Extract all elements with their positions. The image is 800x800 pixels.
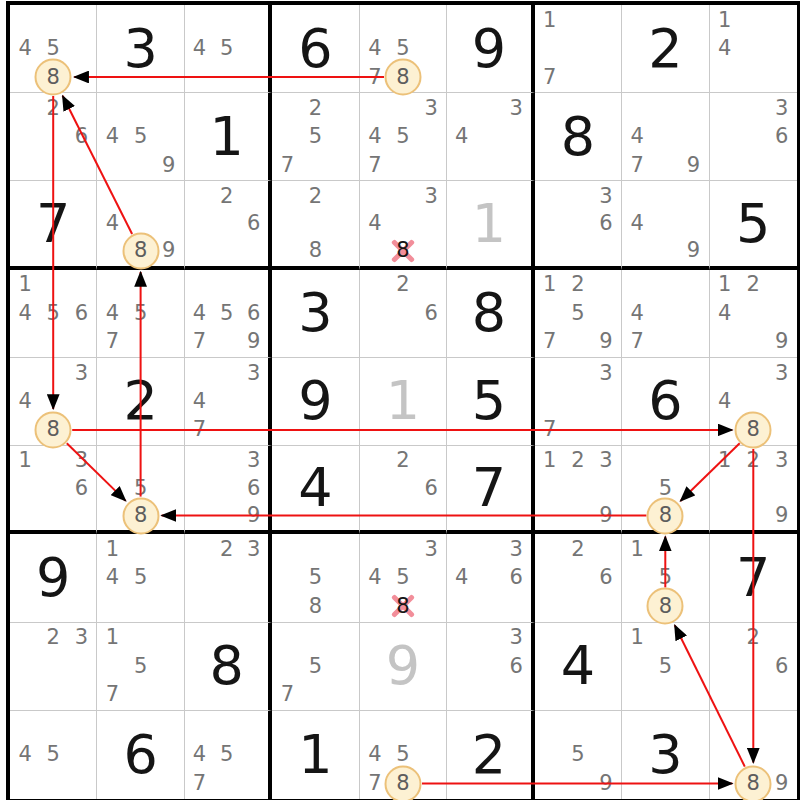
candidate-grid: 26 <box>361 447 445 529</box>
candidate-digit: 5 <box>396 126 409 147</box>
candidate-digit: 9 <box>162 155 175 176</box>
candidate-digit: 4 <box>718 391 731 412</box>
candidate-slot-empty <box>768 63 796 91</box>
candidate-grid: 489 <box>98 182 182 264</box>
candidate-slot-empty <box>592 271 620 299</box>
candidate-slot-empty <box>389 327 417 355</box>
candidate-slot-empty <box>679 652 707 680</box>
eliminated-candidate-8: 8 <box>389 237 417 264</box>
cell-r2c1[interactable]: 26 <box>10 93 97 181</box>
candidate-slot-empty <box>213 210 240 237</box>
cell-r9c2[interactable]: 6 <box>97 711 184 799</box>
candidate-digit: 6 <box>599 213 612 234</box>
candidate-slot-empty <box>768 624 796 652</box>
cell-r2c6[interactable]: 34 <box>447 93 534 181</box>
candidate-slot-empty <box>739 712 767 741</box>
cell-r4c9[interactable]: 1249 <box>710 270 797 358</box>
candidate-7: 7 <box>186 327 213 355</box>
cell-r1c4[interactable]: 6 <box>272 5 359 93</box>
candidate-slot-empty <box>389 210 417 237</box>
cell-r2c5[interactable]: 3457 <box>360 93 447 181</box>
cell-r1c9[interactable]: 14 <box>710 5 797 93</box>
solved-digit: 4 <box>561 639 595 693</box>
candidate-slot-empty <box>536 564 564 592</box>
candidate-digit: 1 <box>18 450 31 471</box>
candidate-slot-empty <box>768 151 796 179</box>
cell-r6c1[interactable]: 136 <box>10 446 97 534</box>
candidate-digit: 4 <box>368 213 381 234</box>
candidate-grid: 136 <box>11 447 95 529</box>
solved-digit: 4 <box>298 461 332 515</box>
candidate-4: 4 <box>186 741 213 770</box>
candidate-slot-empty <box>651 624 679 652</box>
solved-digit: 1 <box>298 728 332 782</box>
candidate-slot-empty <box>361 237 389 264</box>
cell-r7c9[interactable]: 7 <box>710 534 797 622</box>
candidate-slot-empty <box>186 63 213 91</box>
candidate-1: 1 <box>623 624 651 652</box>
cell-r7c2[interactable]: 145 <box>97 534 184 622</box>
cell-r4c7[interactable]: 12579 <box>535 270 622 358</box>
candidate-slot-empty <box>240 34 267 62</box>
candidate-slot-empty <box>39 123 67 151</box>
candidate-grid: 3458 <box>361 535 445 620</box>
candidate-digit: 4 <box>18 391 31 412</box>
candidate-slot-empty <box>273 94 301 122</box>
candidate-grid: 158 <box>623 535 707 620</box>
candidate-slot-empty <box>592 6 620 34</box>
candidate-5: 5 <box>651 652 679 680</box>
candidate-slot-empty <box>361 6 389 34</box>
candidate-slot-empty <box>39 712 67 741</box>
candidate-grid: 346 <box>448 535 529 620</box>
candidate-digit: 9 <box>687 155 700 176</box>
cell-r9c1[interactable]: 45 <box>10 711 97 799</box>
candidate-slot-empty <box>273 123 301 151</box>
candidate-digit: 7 <box>368 155 381 176</box>
chain-node-candidate-8: 8 <box>127 237 155 264</box>
solved-digit-muted: 1 <box>386 374 420 428</box>
candidate-slot-empty <box>330 624 358 652</box>
cell-r3c9[interactable]: 5 <box>710 181 797 269</box>
cell-r8c3[interactable]: 8 <box>185 623 272 711</box>
candidate-slot-empty <box>417 151 445 179</box>
candidate-digit: 6 <box>509 567 522 588</box>
candidate-2: 2 <box>564 271 592 299</box>
candidate-digit: 4 <box>630 126 643 147</box>
candidate-2: 2 <box>564 447 592 474</box>
candidate-slot-empty <box>389 535 417 563</box>
candidate-8: 8 <box>301 237 329 264</box>
candidate-6: 6 <box>768 123 796 151</box>
candidate-slot-empty <box>389 712 417 741</box>
candidate-slot-empty <box>768 34 796 62</box>
candidate-slot-empty <box>592 475 620 502</box>
solved-digit: 7 <box>736 551 770 605</box>
candidate-slot-empty <box>127 624 155 652</box>
candidate-slot-empty <box>186 237 213 264</box>
cell-r7c8[interactable]: 158 <box>622 534 709 622</box>
candidate-grid: 4578 <box>361 6 445 91</box>
candidate-grid: 45679 <box>186 271 267 356</box>
cell-r9c9[interactable]: 89 <box>710 711 797 799</box>
candidate-digit: 7 <box>543 331 556 352</box>
candidate-2: 2 <box>301 94 329 122</box>
candidate-grid: 347 <box>186 359 267 444</box>
candidate-digit: 6 <box>75 303 88 324</box>
candidate-5: 5 <box>127 564 155 592</box>
candidate-digit: 7 <box>630 155 643 176</box>
cell-r3c3[interactable]: 26 <box>185 181 272 269</box>
candidate-slot-empty <box>361 712 389 741</box>
cell-r3c2[interactable]: 489 <box>97 181 184 269</box>
candidate-4: 4 <box>186 299 213 327</box>
candidate-digit: 4 <box>18 744 31 765</box>
candidate-slot-empty <box>417 327 445 355</box>
cell-r5c9[interactable]: 348 <box>710 358 797 446</box>
candidate-slot-empty <box>11 624 39 652</box>
candidate-slot-empty <box>417 592 445 620</box>
candidate-digit: 2 <box>220 186 233 207</box>
candidate-slot-empty <box>240 63 267 91</box>
solved-digit: 5 <box>472 374 506 428</box>
cell-r5c5[interactable]: 1 <box>360 358 447 446</box>
candidate-slot-empty <box>536 535 564 563</box>
candidate-slot-empty <box>679 299 707 327</box>
candidate-slot-empty <box>564 564 592 592</box>
candidate-grid: 348 <box>11 359 95 444</box>
cell-r2c7[interactable]: 8 <box>535 93 622 181</box>
candidate-7: 7 <box>536 327 564 355</box>
chain-node-candidate-8: 8 <box>389 769 417 798</box>
solved-digit: 3 <box>123 22 157 76</box>
candidate-grid: 58 <box>623 447 707 529</box>
candidate-slot-empty <box>679 123 707 151</box>
candidate-digit: 7 <box>193 773 206 794</box>
cell-r1c1[interactable]: 458 <box>10 5 97 93</box>
candidate-slot-empty <box>273 237 301 264</box>
candidate-grid: 23 <box>186 535 267 620</box>
cell-r4c4[interactable]: 3 <box>272 270 359 358</box>
candidate-digit: 5 <box>47 303 60 324</box>
cell-r6c3[interactable]: 369 <box>185 446 272 534</box>
cell-r5c1[interactable]: 348 <box>10 358 97 446</box>
candidate-5: 5 <box>564 299 592 327</box>
candidate-slot-empty <box>448 94 475 122</box>
candidate-slot-empty <box>623 237 651 264</box>
cell-r7c6[interactable]: 346 <box>447 534 534 622</box>
candidate-slot-empty <box>273 535 301 563</box>
candidate-slot-empty <box>711 359 739 387</box>
candidate-slot-empty <box>564 359 592 387</box>
solved-digit: 5 <box>736 197 770 251</box>
candidate-grid: 4578 <box>361 712 445 798</box>
cell-r5c6[interactable]: 5 <box>447 358 534 446</box>
candidate-slot-empty <box>739 502 767 529</box>
cell-r7c7[interactable]: 26 <box>535 534 622 622</box>
candidate-digit: 1 <box>543 450 556 471</box>
candidate-slot-empty <box>186 271 213 299</box>
cell-r1c8[interactable]: 2 <box>622 5 709 93</box>
cell-r8c9[interactable]: 26 <box>710 623 797 711</box>
cell-r3c6[interactable]: 1 <box>447 181 534 269</box>
cell-r8c4[interactable]: 57 <box>272 623 359 711</box>
candidate-digit: 5 <box>659 567 672 588</box>
candidate-slot-empty <box>361 502 389 529</box>
cell-r1c5[interactable]: 4578 <box>360 5 447 93</box>
cell-r1c3[interactable]: 45 <box>185 5 272 93</box>
candidate-digit: 4 <box>193 391 206 412</box>
cell-r8c2[interactable]: 157 <box>97 623 184 711</box>
candidate-slot-empty <box>361 182 389 209</box>
cell-r1c7[interactable]: 17 <box>535 5 622 93</box>
cell-r6c8[interactable]: 58 <box>622 446 709 534</box>
candidate-digit: 1 <box>18 274 31 295</box>
candidate-slot-empty <box>98 182 126 209</box>
candidate-slot-empty <box>67 271 95 299</box>
candidate-slot-empty <box>739 475 767 502</box>
candidate-digit: 4 <box>455 567 468 588</box>
candidate-3: 3 <box>768 359 796 387</box>
cell-r3c7[interactable]: 36 <box>535 181 622 269</box>
candidate-2: 2 <box>739 624 767 652</box>
cell-r4c5[interactable]: 26 <box>360 270 447 358</box>
candidate-slot-empty <box>39 271 67 299</box>
candidate-digit: 6 <box>75 478 88 499</box>
candidate-grid: 59 <box>536 712 620 798</box>
candidate-digit: 2 <box>571 450 584 471</box>
cell-r4c1[interactable]: 1456 <box>10 270 97 358</box>
cell-r5c8[interactable]: 6 <box>622 358 709 446</box>
cell-r7c5[interactable]: 3458 <box>360 534 447 622</box>
candidate-digit: 1 <box>718 450 731 471</box>
cell-r2c8[interactable]: 479 <box>622 93 709 181</box>
candidate-digit: 2 <box>747 274 760 295</box>
candidate-slot-empty <box>389 94 417 122</box>
candidate-slot-empty <box>564 712 592 741</box>
candidate-3: 3 <box>592 182 620 209</box>
cell-r5c4[interactable]: 9 <box>272 358 359 446</box>
candidate-slot-empty <box>11 151 39 179</box>
candidate-6: 6 <box>768 652 796 680</box>
candidate-slot-empty <box>448 151 475 179</box>
cell-r6c4[interactable]: 4 <box>272 446 359 534</box>
candidate-slot-empty <box>361 535 389 563</box>
cell-r2c4[interactable]: 257 <box>272 93 359 181</box>
candidate-grid: 28 <box>273 182 357 264</box>
cell-r4c6[interactable]: 8 <box>447 270 534 358</box>
candidate-grid: 14 <box>711 6 796 91</box>
candidate-digit: 6 <box>775 656 788 677</box>
candidate-slot-empty <box>711 652 739 680</box>
candidate-digit: 3 <box>424 186 437 207</box>
cell-r1c6[interactable]: 9 <box>447 5 534 93</box>
cell-r6c5[interactable]: 26 <box>360 446 447 534</box>
candidate-slot-empty <box>739 94 767 122</box>
candidate-digit: 9 <box>162 240 175 261</box>
candidate-digit: 5 <box>659 478 672 499</box>
candidate-4: 4 <box>623 210 651 237</box>
cell-r7c3[interactable]: 23 <box>185 534 272 622</box>
cell-r9c3[interactable]: 457 <box>185 711 272 799</box>
solved-digit-muted: 9 <box>386 639 420 693</box>
cell-r1c2[interactable]: 3 <box>97 5 184 93</box>
candidate-slot-empty <box>564 592 592 620</box>
candidate-slot-empty <box>564 6 592 34</box>
candidate-digit: 2 <box>747 627 760 648</box>
candidate-grid: 457 <box>186 712 267 798</box>
solved-digit: 2 <box>648 22 682 76</box>
candidate-slot-empty <box>417 712 445 741</box>
candidate-slot-empty <box>651 123 679 151</box>
candidate-digit: 4 <box>18 303 31 324</box>
candidate-digit: 4 <box>368 744 381 765</box>
candidate-grid: 1456 <box>11 271 95 356</box>
candidate-digit: 5 <box>134 126 147 147</box>
candidate-slot-empty <box>711 327 739 355</box>
candidate-slot-empty <box>564 34 592 62</box>
cell-r3c1[interactable]: 7 <box>10 181 97 269</box>
candidate-slot-empty <box>361 475 389 502</box>
candidate-slot-empty <box>186 502 213 529</box>
candidate-7: 7 <box>273 151 301 179</box>
cell-r4c2[interactable]: 457 <box>97 270 184 358</box>
candidate-digit: 7 <box>193 419 206 440</box>
candidate-5: 5 <box>127 299 155 327</box>
cell-r5c2[interactable]: 2 <box>97 358 184 446</box>
candidate-digit: 8 <box>396 240 409 261</box>
cell-r8c5[interactable]: 9 <box>360 623 447 711</box>
cell-r9c8[interactable]: 3 <box>622 711 709 799</box>
candidate-3: 3 <box>768 447 796 474</box>
candidate-digit: 3 <box>509 539 522 560</box>
candidate-slot-empty <box>98 271 126 299</box>
candidate-slot-empty <box>592 535 620 563</box>
candidate-digit: 5 <box>309 656 322 677</box>
candidate-slot-empty <box>213 712 240 741</box>
candidate-digit: 7 <box>281 155 294 176</box>
cell-r7c1[interactable]: 9 <box>10 534 97 622</box>
candidate-4: 4 <box>361 123 389 151</box>
candidate-2: 2 <box>389 447 417 474</box>
candidate-slot-empty <box>739 151 767 179</box>
candidate-digit: 4 <box>368 567 381 588</box>
candidate-slot-empty <box>330 592 358 620</box>
candidate-grid: 37 <box>536 359 620 444</box>
candidate-9: 9 <box>768 327 796 355</box>
candidate-digit: 4 <box>630 303 643 324</box>
candidate-4: 4 <box>711 34 739 62</box>
candidate-digit: 8 <box>134 505 147 526</box>
candidate-slot-empty <box>768 299 796 327</box>
candidate-digit: 5 <box>47 38 60 59</box>
candidate-1: 1 <box>98 535 126 563</box>
candidate-digit: 6 <box>599 567 612 588</box>
candidate-5: 5 <box>651 475 679 502</box>
candidate-slot-empty <box>592 592 620 620</box>
candidate-5: 5 <box>213 299 240 327</box>
candidate-slot-empty <box>679 182 707 209</box>
candidate-slot-empty <box>711 94 739 122</box>
solved-digit: 8 <box>209 639 243 693</box>
cell-r8c7[interactable]: 4 <box>535 623 622 711</box>
cell-r9c4[interactable]: 1 <box>272 711 359 799</box>
cell-r8c1[interactable]: 23 <box>10 623 97 711</box>
candidate-5: 5 <box>39 34 67 62</box>
candidate-slot-empty <box>536 769 564 798</box>
candidate-slot-empty <box>711 151 739 179</box>
candidate-digit: 4 <box>106 213 119 234</box>
candidate-slot-empty <box>711 502 739 529</box>
cell-r8c6[interactable]: 36 <box>447 623 534 711</box>
chain-node-candidate-8: 8 <box>739 769 767 798</box>
candidate-slot-empty <box>330 182 358 209</box>
candidate-slot-empty <box>739 123 767 151</box>
chain-node-candidate-8: 8 <box>39 416 67 444</box>
candidate-slot-empty <box>330 652 358 680</box>
cell-r2c3[interactable]: 1 <box>185 93 272 181</box>
cell-r9c6[interactable]: 2 <box>447 711 534 799</box>
candidate-digit: 5 <box>571 303 584 324</box>
cell-r6c6[interactable]: 7 <box>447 446 534 534</box>
cell-r3c4[interactable]: 28 <box>272 181 359 269</box>
candidate-grid: 26 <box>11 94 95 179</box>
candidate-2: 2 <box>39 624 67 652</box>
candidate-slot-empty <box>679 624 707 652</box>
candidate-slot-empty <box>186 592 213 620</box>
candidate-slot-empty <box>536 475 564 502</box>
cell-r3c5[interactable]: 348 <box>360 181 447 269</box>
cell-r2c9[interactable]: 36 <box>710 93 797 181</box>
candidate-1: 1 <box>623 535 651 563</box>
candidate-slot-empty <box>592 63 620 91</box>
candidate-slot-empty <box>679 94 707 122</box>
candidate-grid: 34 <box>448 94 529 179</box>
chain-node-candidate-8: 8 <box>651 502 679 529</box>
cell-r6c7[interactable]: 1239 <box>535 446 622 534</box>
candidate-slot-empty <box>475 123 502 151</box>
cell-r9c5[interactable]: 4578 <box>360 711 447 799</box>
candidate-slot-empty <box>592 741 620 770</box>
candidate-slot-empty <box>213 237 240 264</box>
candidate-slot-empty <box>11 359 39 387</box>
cell-r7c4[interactable]: 58 <box>272 534 359 622</box>
candidate-digit: 7 <box>543 419 556 440</box>
candidate-5: 5 <box>213 34 240 62</box>
cell-r8c8[interactable]: 15 <box>622 623 709 711</box>
cell-r4c8[interactable]: 47 <box>622 270 709 358</box>
candidate-slot-empty <box>155 94 183 122</box>
candidate-slot-empty <box>186 359 213 387</box>
cell-r2c2[interactable]: 459 <box>97 93 184 181</box>
candidate-slot-empty <box>330 680 358 708</box>
cell-r5c3[interactable]: 347 <box>185 358 272 446</box>
candidate-slot-empty <box>67 387 95 415</box>
cell-r9c7[interactable]: 59 <box>535 711 622 799</box>
cell-r4c3[interactable]: 45679 <box>185 270 272 358</box>
candidate-slot-empty <box>679 447 707 474</box>
candidate-slot-empty <box>213 359 240 387</box>
candidate-4: 4 <box>361 210 389 237</box>
candidate-slot-empty <box>330 210 358 237</box>
cell-r6c9[interactable]: 1239 <box>710 446 797 534</box>
chain-node-candidate-8: 8 <box>39 63 67 91</box>
cell-r5c7[interactable]: 37 <box>535 358 622 446</box>
candidate-slot-empty <box>67 502 95 529</box>
candidate-slot-empty <box>213 327 240 355</box>
cell-r3c8[interactable]: 49 <box>622 181 709 269</box>
cell-r6c2[interactable]: 58 <box>97 446 184 534</box>
